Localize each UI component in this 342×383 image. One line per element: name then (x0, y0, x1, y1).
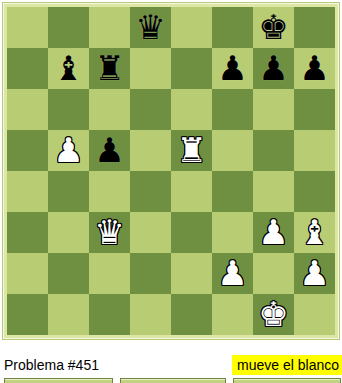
square-e7[interactable] (171, 48, 212, 89)
square-e3[interactable] (171, 212, 212, 253)
square-h2[interactable]: ♟ (294, 253, 335, 294)
square-g5[interactable] (253, 130, 294, 171)
square-d1[interactable] (130, 294, 171, 335)
bottom-button-2[interactable] (120, 378, 226, 383)
square-a2[interactable] (7, 253, 48, 294)
black-queen[interactable]: ♛ (135, 7, 165, 48)
square-c4[interactable] (89, 171, 130, 212)
square-f1[interactable] (212, 294, 253, 335)
square-e1[interactable] (171, 294, 212, 335)
square-c8[interactable] (89, 7, 130, 48)
square-b7[interactable]: ♝ (48, 48, 89, 89)
white-pawn[interactable]: ♟ (258, 212, 288, 253)
square-e8[interactable] (171, 7, 212, 48)
problem-number-label: Problema #451 (4, 357, 99, 373)
square-a6[interactable] (7, 89, 48, 130)
square-d5[interactable] (130, 130, 171, 171)
square-a3[interactable] (7, 212, 48, 253)
square-f3[interactable] (212, 212, 253, 253)
square-h8[interactable] (294, 7, 335, 48)
white-pawn[interactable]: ♟ (299, 253, 329, 294)
caption-row: Problema #451 mueve el blanco (0, 355, 342, 374)
square-h3[interactable]: ♝ (294, 212, 335, 253)
square-a8[interactable] (7, 7, 48, 48)
black-pawn[interactable]: ♟ (258, 48, 288, 89)
white-pawn[interactable]: ♟ (217, 253, 247, 294)
square-e4[interactable] (171, 171, 212, 212)
board-frame: ♛♚♝♜♟♟♟♟♟♜♛♟♝♟♟♚ (2, 2, 340, 340)
black-rook[interactable]: ♜ (94, 48, 124, 89)
square-c1[interactable] (89, 294, 130, 335)
square-g3[interactable]: ♟ (253, 212, 294, 253)
buttons-row (0, 378, 342, 383)
square-f2[interactable]: ♟ (212, 253, 253, 294)
black-king[interactable]: ♚ (258, 7, 288, 48)
page: ♛♚♝♜♟♟♟♟♟♜♛♟♝♟♟♚ Problema #451 mueve el … (0, 0, 342, 383)
square-a7[interactable] (7, 48, 48, 89)
white-rook[interactable]: ♜ (176, 130, 206, 171)
square-e6[interactable] (171, 89, 212, 130)
square-h5[interactable] (294, 130, 335, 171)
square-g7[interactable]: ♟ (253, 48, 294, 89)
square-f8[interactable] (212, 7, 253, 48)
square-a5[interactable] (7, 130, 48, 171)
square-g6[interactable] (253, 89, 294, 130)
square-e2[interactable] (171, 253, 212, 294)
white-pawn[interactable]: ♟ (53, 130, 83, 171)
bottom-button-1[interactable] (4, 378, 113, 383)
square-a1[interactable] (7, 294, 48, 335)
square-a4[interactable] (7, 171, 48, 212)
square-h1[interactable] (294, 294, 335, 335)
black-pawn[interactable]: ♟ (217, 48, 247, 89)
square-g2[interactable] (253, 253, 294, 294)
square-d3[interactable] (130, 212, 171, 253)
square-b4[interactable] (48, 171, 89, 212)
square-h7[interactable]: ♟ (294, 48, 335, 89)
square-h4[interactable] (294, 171, 335, 212)
white-queen[interactable]: ♛ (94, 212, 124, 253)
bottom-button-3[interactable] (233, 378, 341, 383)
square-e5[interactable]: ♜ (171, 130, 212, 171)
square-b8[interactable] (48, 7, 89, 48)
square-g8[interactable]: ♚ (253, 7, 294, 48)
side-to-move-label: mueve el blanco (232, 355, 342, 375)
square-f6[interactable] (212, 89, 253, 130)
square-c6[interactable] (89, 89, 130, 130)
square-d4[interactable] (130, 171, 171, 212)
square-d7[interactable] (130, 48, 171, 89)
square-f5[interactable] (212, 130, 253, 171)
square-c3[interactable]: ♛ (89, 212, 130, 253)
board: ♛♚♝♜♟♟♟♟♟♜♛♟♝♟♟♚ (7, 7, 335, 335)
square-d8[interactable]: ♛ (130, 7, 171, 48)
white-king[interactable]: ♚ (258, 294, 288, 335)
square-d2[interactable] (130, 253, 171, 294)
square-d6[interactable] (130, 89, 171, 130)
square-c2[interactable] (89, 253, 130, 294)
white-bishop[interactable]: ♝ (299, 212, 329, 253)
black-pawn[interactable]: ♟ (94, 130, 124, 171)
square-b1[interactable] (48, 294, 89, 335)
square-b6[interactable] (48, 89, 89, 130)
square-f4[interactable] (212, 171, 253, 212)
square-b3[interactable] (48, 212, 89, 253)
square-f7[interactable]: ♟ (212, 48, 253, 89)
black-pawn[interactable]: ♟ (299, 48, 329, 89)
square-g4[interactable] (253, 171, 294, 212)
square-h6[interactable] (294, 89, 335, 130)
square-c5[interactable]: ♟ (89, 130, 130, 171)
square-c7[interactable]: ♜ (89, 48, 130, 89)
black-bishop[interactable]: ♝ (53, 48, 83, 89)
square-b5[interactable]: ♟ (48, 130, 89, 171)
square-g1[interactable]: ♚ (253, 294, 294, 335)
square-b2[interactable] (48, 253, 89, 294)
